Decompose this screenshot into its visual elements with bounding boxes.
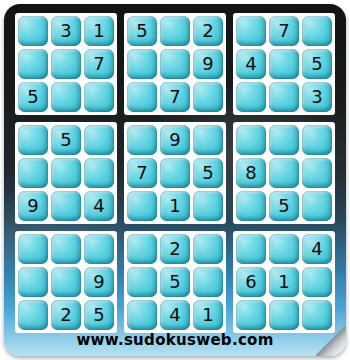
cell-r5c1[interactable]	[18, 158, 48, 188]
box-r2c3: 85	[233, 122, 335, 224]
cell-r5c3[interactable]	[84, 158, 114, 188]
cell-r8c6[interactable]	[193, 267, 223, 297]
cell-r2c4[interactable]	[127, 49, 157, 79]
cell-r4c1[interactable]	[18, 125, 48, 155]
cell-r6c7[interactable]	[236, 191, 266, 221]
cell-r5c8[interactable]	[269, 158, 299, 188]
cell-r9c4[interactable]	[127, 300, 157, 330]
cell-r3c7[interactable]	[236, 82, 266, 112]
cell-r2c9[interactable]: 5	[302, 49, 332, 79]
cell-r2c8[interactable]	[269, 49, 299, 79]
box-r3c3: 461	[233, 231, 335, 333]
cell-r1c4[interactable]: 5	[127, 16, 157, 46]
board-frame: 3175529774535949751859252541461 www.sudo…	[4, 4, 346, 356]
cell-r4c7[interactable]	[236, 125, 266, 155]
cell-r8c7[interactable]: 6	[236, 267, 266, 297]
cell-r8c4[interactable]	[127, 267, 157, 297]
cell-r6c2[interactable]	[51, 191, 81, 221]
cell-r5c9[interactable]	[302, 158, 332, 188]
cell-r9c2[interactable]: 2	[51, 300, 81, 330]
cell-r3c8[interactable]	[269, 82, 299, 112]
cell-r3c4[interactable]	[127, 82, 157, 112]
cell-r7c7[interactable]	[236, 234, 266, 264]
cell-r7c6[interactable]	[193, 234, 223, 264]
cell-r1c5[interactable]	[160, 16, 190, 46]
box-r1c1: 3175	[15, 13, 117, 115]
cell-r8c8[interactable]: 1	[269, 267, 299, 297]
cell-r5c5[interactable]	[160, 158, 190, 188]
sudoku-page: 3175529774535949751859252541461 www.sudo…	[0, 0, 350, 360]
cell-r4c2[interactable]: 5	[51, 125, 81, 155]
box-r1c3: 7453	[233, 13, 335, 115]
cell-r5c2[interactable]	[51, 158, 81, 188]
box-r3c1: 925	[15, 231, 117, 333]
cell-r1c6[interactable]: 2	[193, 16, 223, 46]
cell-r3c2[interactable]	[51, 82, 81, 112]
cell-r4c6[interactable]	[193, 125, 223, 155]
cell-r8c2[interactable]	[51, 267, 81, 297]
cell-r3c3[interactable]	[84, 82, 114, 112]
cell-r3c6[interactable]	[193, 82, 223, 112]
cell-r6c6[interactable]	[193, 191, 223, 221]
cell-r9c3[interactable]: 5	[84, 300, 114, 330]
cell-r4c8[interactable]	[269, 125, 299, 155]
cell-r6c3[interactable]: 4	[84, 191, 114, 221]
cell-r8c3[interactable]: 9	[84, 267, 114, 297]
cell-r2c7[interactable]: 4	[236, 49, 266, 79]
cell-r5c7[interactable]: 8	[236, 158, 266, 188]
cell-r2c1[interactable]	[18, 49, 48, 79]
cell-r6c1[interactable]: 9	[18, 191, 48, 221]
cell-r4c4[interactable]	[127, 125, 157, 155]
cell-r7c9[interactable]: 4	[302, 234, 332, 264]
cell-r9c8[interactable]	[269, 300, 299, 330]
cell-r6c5[interactable]: 1	[160, 191, 190, 221]
cell-r2c6[interactable]: 9	[193, 49, 223, 79]
cell-r5c6[interactable]: 5	[193, 158, 223, 188]
cell-r4c9[interactable]	[302, 125, 332, 155]
box-r1c2: 5297	[124, 13, 226, 115]
cell-r7c8[interactable]	[269, 234, 299, 264]
cell-r6c4[interactable]	[127, 191, 157, 221]
cell-r3c5[interactable]: 7	[160, 82, 190, 112]
cell-r9c5[interactable]: 4	[160, 300, 190, 330]
box-r2c2: 9751	[124, 122, 226, 224]
cell-r7c4[interactable]	[127, 234, 157, 264]
cell-r9c7[interactable]	[236, 300, 266, 330]
cell-r7c2[interactable]	[51, 234, 81, 264]
cell-r1c3[interactable]: 1	[84, 16, 114, 46]
cell-r8c9[interactable]	[302, 267, 332, 297]
cell-r9c1[interactable]	[18, 300, 48, 330]
cell-r2c3[interactable]: 7	[84, 49, 114, 79]
cell-r7c1[interactable]	[18, 234, 48, 264]
cell-r2c2[interactable]	[51, 49, 81, 79]
cell-r5c4[interactable]: 7	[127, 158, 157, 188]
cell-r1c7[interactable]	[236, 16, 266, 46]
cell-r8c5[interactable]: 5	[160, 267, 190, 297]
footer-url: www.sudokusweb.com	[4, 331, 346, 349]
cell-r3c1[interactable]: 5	[18, 82, 48, 112]
cell-r8c1[interactable]	[18, 267, 48, 297]
cell-r4c3[interactable]	[84, 125, 114, 155]
cell-r4c5[interactable]: 9	[160, 125, 190, 155]
cell-r7c3[interactable]	[84, 234, 114, 264]
box-r2c1: 594	[15, 122, 117, 224]
cell-r6c8[interactable]: 5	[269, 191, 299, 221]
cell-r1c8[interactable]: 7	[269, 16, 299, 46]
cell-r1c2[interactable]: 3	[51, 16, 81, 46]
cell-r2c5[interactable]	[160, 49, 190, 79]
page-curl-decoration	[316, 326, 346, 356]
box-r3c2: 2541	[124, 231, 226, 333]
cell-r1c1[interactable]	[18, 16, 48, 46]
cell-r9c6[interactable]: 1	[193, 300, 223, 330]
cell-r3c9[interactable]: 3	[302, 82, 332, 112]
cell-r1c9[interactable]	[302, 16, 332, 46]
cell-r6c9[interactable]	[302, 191, 332, 221]
cell-r7c5[interactable]: 2	[160, 234, 190, 264]
sudoku-board: 3175529774535949751859252541461	[15, 13, 335, 333]
